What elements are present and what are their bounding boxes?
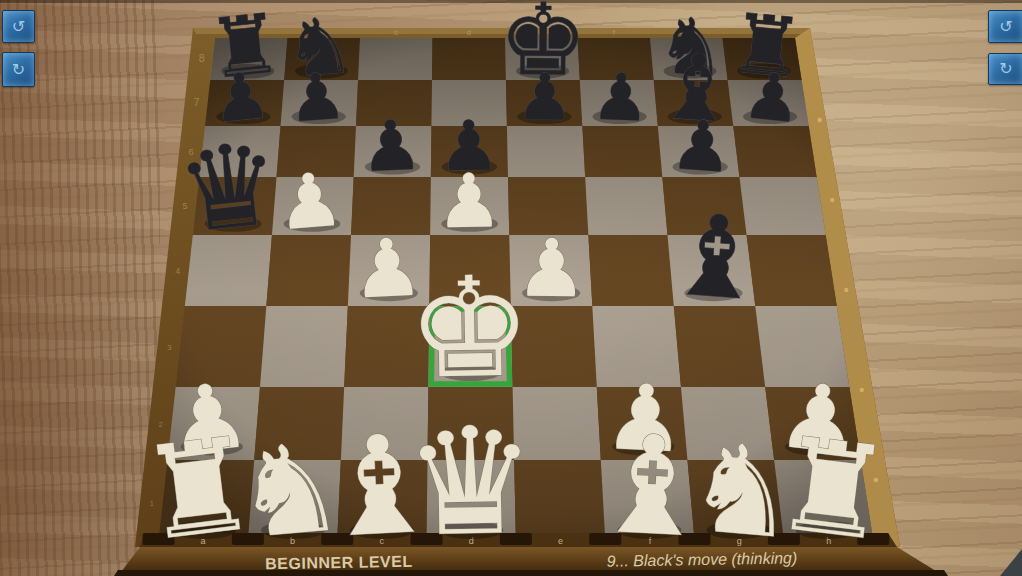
circular-arrow-right-icon: ↻ [999, 61, 1012, 77]
top-right-button-1[interactable]: ↺ [988, 10, 1022, 43]
piece-bP-h7[interactable]: ♟ [740, 57, 805, 137]
rank-label-3: 3 [167, 343, 171, 352]
piece-bP-c6[interactable]: ♟ [359, 104, 425, 187]
piece-bP-b7[interactable]: ♟ [285, 58, 348, 137]
circular-arrow-right-icon: ↻ [12, 62, 25, 78]
piece-bQ-a5[interactable]: ♛ [171, 116, 287, 259]
board-front-face-bottom [114, 570, 948, 576]
rank-label-7: 7 [194, 97, 200, 108]
piece-bB-g4[interactable]: ♝ [661, 188, 772, 327]
top-left-button-1[interactable]: ↺ [2, 10, 35, 43]
piece-bP-e7[interactable]: ♟ [515, 59, 574, 135]
file-label-top-c: c [394, 28, 398, 37]
piece-bP-f7[interactable]: ♟ [590, 58, 651, 135]
file-label-top-d: d [467, 28, 471, 37]
rank-label-4: 4 [176, 266, 181, 276]
piece-wK-d3[interactable]: ♚ [406, 247, 533, 410]
piece-wQ-d1[interactable]: ♛ [403, 395, 539, 569]
piece-wR-h1[interactable]: ♜ [767, 408, 899, 570]
frame-peg [844, 288, 848, 292]
top-right-button-2[interactable]: ↻ [988, 53, 1022, 85]
chess-board-3d: abcdefghabcdefgh12345678BEGINNER LEVEL9.… [0, 0, 1022, 576]
frame-peg [830, 198, 834, 202]
circular-arrow-left-icon: ↺ [12, 19, 25, 35]
file-label-e: e [558, 536, 563, 546]
rank-label-8: 8 [199, 52, 205, 64]
frame-peg [818, 118, 822, 122]
chess-app-screen: abcdefghabcdefgh12345678BEGINNER LEVEL9.… [0, 0, 1022, 576]
circular-arrow-left-icon: ↺ [999, 19, 1012, 35]
screen-corner-artifact [1000, 549, 1022, 576]
piece-wP-b5[interactable]: ♟ [273, 155, 346, 247]
piece-wP-d5[interactable]: ♟ [435, 157, 503, 245]
top-left-button-2[interactable]: ↻ [2, 52, 35, 87]
piece-bP-g6[interactable]: ♟ [668, 104, 735, 188]
